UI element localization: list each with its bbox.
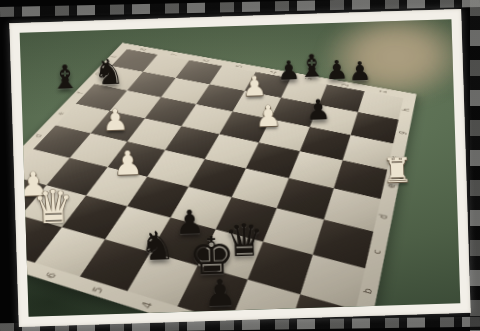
- white-queen-a5[interactable]: ♛: [32, 183, 75, 230]
- coord-label-right-a: a: [345, 310, 373, 317]
- white-pawn-c5[interactable]: ♟: [112, 146, 143, 180]
- photo-frame: 87654321hhggffeeddccbbaa87654321 ♝♞♟♝♟♟♟…: [9, 9, 470, 327]
- black-bishop-captured-2[interactable]: ♝: [297, 50, 326, 82]
- white-pawn-h5[interactable]: ♟: [242, 72, 267, 100]
- black-pawn-captured-3[interactable]: ♟: [348, 58, 372, 85]
- white-pawn-d6[interactable]: ♟: [102, 106, 129, 136]
- black-bishop-captured-left[interactable]: ♝: [50, 60, 81, 94]
- photo-canvas: 87654321hhggffeeddccbbaa87654321 ♝♞♟♝♟♟♟…: [0, 0, 480, 331]
- black-knight-b3[interactable]: ♞: [139, 225, 176, 266]
- black-pawn-b1[interactable]: ♟: [203, 275, 237, 313]
- white-rook-g1[interactable]: ♜: [381, 153, 413, 188]
- black-knight-captured-left[interactable]: ♞: [93, 55, 125, 91]
- photo: 87654321hhggffeeddccbbaa87654321 ♝♞♟♝♟♟♟…: [20, 19, 461, 316]
- black-pawn-captured-2[interactable]: ♟: [325, 57, 349, 84]
- square-a8[interactable]: [20, 204, 21, 249]
- black-pawn-h4[interactable]: ♟: [305, 96, 331, 125]
- white-pawn-g4[interactable]: ♟: [255, 102, 282, 132]
- torn-edge-right: [470, 0, 480, 331]
